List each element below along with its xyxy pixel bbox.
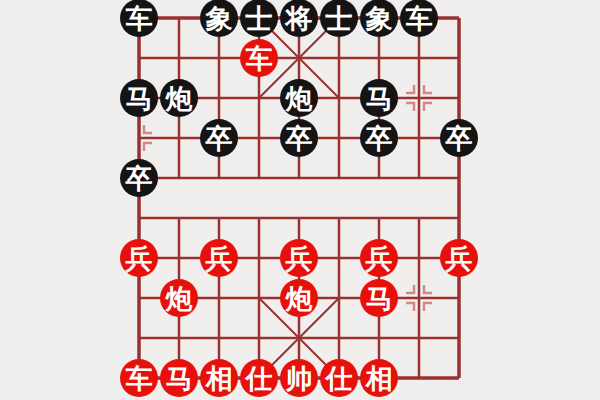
piece-black-soldier[interactable]: 卒 bbox=[360, 119, 398, 157]
piece-black-chariot[interactable]: 车 bbox=[400, 0, 438, 37]
piece-red-general[interactable]: 帅 bbox=[280, 359, 318, 397]
piece-red-elephant[interactable]: 相 bbox=[200, 359, 238, 397]
piece-black-soldier[interactable]: 卒 bbox=[200, 119, 238, 157]
piece-black-horse[interactable]: 马 bbox=[120, 79, 158, 117]
piece-red-chariot[interactable]: 车 bbox=[240, 39, 278, 77]
piece-black-elephant[interactable]: 象 bbox=[360, 0, 398, 37]
piece-red-advisor[interactable]: 仕 bbox=[240, 359, 278, 397]
piece-red-chariot[interactable]: 车 bbox=[120, 359, 158, 397]
board-grid bbox=[0, 0, 600, 400]
piece-black-advisor[interactable]: 士 bbox=[240, 0, 278, 37]
piece-black-horse[interactable]: 马 bbox=[360, 79, 398, 117]
point-markers bbox=[144, 85, 432, 311]
piece-black-cannon[interactable]: 炮 bbox=[280, 79, 318, 117]
piece-red-advisor[interactable]: 仕 bbox=[320, 359, 358, 397]
xiangqi-board-screenshot: 车象士将士象车车马炮炮马卒卒卒卒卒兵兵兵兵兵炮炮马车马相仕帅仕相 bbox=[0, 0, 600, 400]
piece-red-soldier[interactable]: 兵 bbox=[440, 239, 478, 277]
piece-red-soldier[interactable]: 兵 bbox=[360, 239, 398, 277]
piece-red-cannon[interactable]: 炮 bbox=[280, 279, 318, 317]
piece-red-cannon[interactable]: 炮 bbox=[160, 279, 198, 317]
piece-black-elephant[interactable]: 象 bbox=[200, 0, 238, 37]
piece-black-soldier[interactable]: 卒 bbox=[120, 159, 158, 197]
piece-red-soldier[interactable]: 兵 bbox=[200, 239, 238, 277]
piece-black-cannon[interactable]: 炮 bbox=[160, 79, 198, 117]
piece-black-chariot[interactable]: 车 bbox=[120, 0, 158, 37]
piece-red-elephant[interactable]: 相 bbox=[360, 359, 398, 397]
piece-black-soldier[interactable]: 卒 bbox=[440, 119, 478, 157]
piece-black-general[interactable]: 将 bbox=[280, 0, 318, 37]
piece-black-soldier[interactable]: 卒 bbox=[280, 119, 318, 157]
piece-black-advisor[interactable]: 士 bbox=[320, 0, 358, 37]
piece-red-soldier[interactable]: 兵 bbox=[280, 239, 318, 277]
piece-red-soldier[interactable]: 兵 bbox=[120, 239, 158, 277]
piece-red-horse[interactable]: 马 bbox=[160, 359, 198, 397]
piece-red-horse[interactable]: 马 bbox=[360, 279, 398, 317]
